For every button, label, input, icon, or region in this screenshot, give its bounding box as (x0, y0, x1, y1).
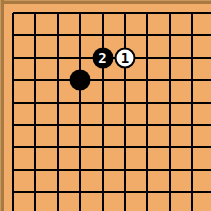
intersection[interactable] (181, 203, 203, 211)
intersection[interactable] (24, 203, 46, 211)
intersection[interactable] (69, 47, 91, 69)
intersection[interactable] (2, 181, 24, 203)
intersection[interactable] (203, 159, 211, 181)
intersection[interactable] (24, 159, 46, 181)
intersection[interactable] (203, 2, 211, 24)
intersection[interactable] (136, 203, 158, 211)
intersection[interactable] (159, 91, 181, 113)
intersection[interactable] (47, 2, 69, 24)
intersection[interactable] (181, 91, 203, 113)
intersection[interactable] (203, 136, 211, 158)
intersection[interactable] (69, 181, 91, 203)
intersection[interactable] (203, 91, 211, 113)
intersection[interactable] (159, 2, 181, 24)
intersection[interactable] (136, 69, 158, 91)
intersection[interactable] (91, 159, 113, 181)
intersection[interactable] (203, 69, 211, 91)
intersection[interactable] (159, 24, 181, 46)
intersection[interactable] (159, 47, 181, 69)
intersection[interactable] (24, 91, 46, 113)
intersection[interactable] (203, 181, 211, 203)
intersection[interactable] (114, 2, 136, 24)
intersection[interactable] (203, 114, 211, 136)
black-stone (70, 70, 91, 91)
intersection[interactable] (136, 181, 158, 203)
intersection[interactable] (136, 91, 158, 113)
intersection[interactable] (91, 2, 113, 24)
intersection[interactable] (114, 159, 136, 181)
intersection[interactable] (181, 47, 203, 69)
intersection[interactable] (159, 203, 181, 211)
intersection[interactable] (2, 24, 24, 46)
intersection[interactable] (181, 2, 203, 24)
intersection[interactable] (114, 91, 136, 113)
intersection[interactable] (2, 69, 24, 91)
intersection[interactable] (181, 159, 203, 181)
intersection[interactable] (2, 114, 24, 136)
intersection[interactable] (91, 203, 113, 211)
intersection[interactable] (47, 47, 69, 69)
stone-move-number: 2 (98, 51, 106, 65)
intersection[interactable] (69, 24, 91, 46)
intersection[interactable] (91, 91, 113, 113)
intersection[interactable] (181, 69, 203, 91)
intersection[interactable] (114, 24, 136, 46)
intersection[interactable] (24, 181, 46, 203)
intersection[interactable] (91, 181, 113, 203)
intersection[interactable] (181, 181, 203, 203)
intersection[interactable] (136, 47, 158, 69)
intersection[interactable] (91, 114, 113, 136)
intersection[interactable] (69, 203, 91, 211)
intersection[interactable] (2, 2, 24, 24)
black-stone: 2 (92, 47, 113, 68)
intersection[interactable] (24, 2, 46, 24)
intersection[interactable] (47, 69, 69, 91)
intersection[interactable] (159, 181, 181, 203)
intersection[interactable] (114, 203, 136, 211)
intersection[interactable] (91, 136, 113, 158)
intersection[interactable] (69, 159, 91, 181)
board-frame-left-edge (0, 0, 4, 211)
intersection[interactable]: 2 (91, 47, 113, 69)
intersection[interactable] (203, 47, 211, 69)
intersection[interactable] (47, 181, 69, 203)
intersection[interactable] (47, 24, 69, 46)
intersection[interactable] (114, 114, 136, 136)
intersection[interactable] (136, 114, 158, 136)
intersection[interactable] (136, 24, 158, 46)
intersection[interactable] (159, 114, 181, 136)
intersection[interactable] (47, 136, 69, 158)
intersection[interactable] (24, 136, 46, 158)
intersection[interactable] (69, 69, 91, 91)
intersection[interactable] (181, 114, 203, 136)
intersection[interactable] (203, 203, 211, 211)
intersection[interactable] (24, 47, 46, 69)
intersection[interactable] (2, 91, 24, 113)
intersection[interactable] (159, 69, 181, 91)
intersection[interactable] (136, 136, 158, 158)
intersection[interactable] (47, 114, 69, 136)
intersection[interactable] (2, 203, 24, 211)
board-frame-top-edge (0, 0, 211, 4)
intersection[interactable] (24, 24, 46, 46)
intersection[interactable] (181, 136, 203, 158)
intersection[interactable] (47, 203, 69, 211)
intersection[interactable] (159, 159, 181, 181)
intersection[interactable] (24, 114, 46, 136)
intersection[interactable] (159, 136, 181, 158)
intersection[interactable] (2, 136, 24, 158)
intersection[interactable] (114, 69, 136, 91)
intersection[interactable] (2, 159, 24, 181)
intersection[interactable] (181, 24, 203, 46)
white-stone: 1 (114, 47, 135, 68)
intersection[interactable] (69, 91, 91, 113)
stone-move-number: 1 (121, 51, 129, 65)
intersection[interactable] (114, 181, 136, 203)
go-grid: 21 (2, 2, 211, 211)
intersection[interactable] (47, 91, 69, 113)
intersection[interactable] (91, 24, 113, 46)
intersection[interactable] (2, 47, 24, 69)
intersection[interactable] (47, 159, 69, 181)
intersection[interactable] (136, 159, 158, 181)
intersection[interactable] (91, 69, 113, 91)
intersection[interactable] (69, 114, 91, 136)
intersection[interactable]: 1 (114, 47, 136, 69)
intersection[interactable] (69, 2, 91, 24)
intersection[interactable] (203, 24, 211, 46)
intersection[interactable] (69, 136, 91, 158)
intersection[interactable] (136, 2, 158, 24)
intersection[interactable] (24, 69, 46, 91)
intersection[interactable] (114, 136, 136, 158)
go-board-diagram: 21 (0, 0, 211, 211)
